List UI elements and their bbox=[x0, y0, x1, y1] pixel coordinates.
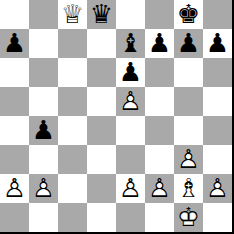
square-c4[interactable] bbox=[58, 116, 87, 145]
square-f2[interactable]: ♟♙ bbox=[145, 174, 174, 203]
black-pawn-icon: ♟ bbox=[177, 29, 200, 58]
square-a1[interactable] bbox=[0, 203, 29, 232]
square-g4[interactable] bbox=[174, 116, 203, 145]
square-b4[interactable]: ♟ bbox=[29, 116, 58, 145]
square-c2[interactable] bbox=[58, 174, 87, 203]
white-pawn-icon: ♟♙ bbox=[119, 87, 142, 116]
square-d3[interactable] bbox=[87, 145, 116, 174]
square-h1[interactable] bbox=[203, 203, 232, 232]
square-h8[interactable] bbox=[203, 0, 232, 29]
square-f7[interactable]: ♟ bbox=[145, 29, 174, 58]
black-pawn-icon: ♟ bbox=[206, 29, 229, 58]
square-a8[interactable] bbox=[0, 0, 29, 29]
square-e5[interactable]: ♟♙ bbox=[116, 87, 145, 116]
square-d7[interactable] bbox=[87, 29, 116, 58]
white-pawn-icon: ♟♙ bbox=[148, 174, 171, 203]
square-a6[interactable] bbox=[0, 58, 29, 87]
black-pawn-icon: ♟ bbox=[3, 29, 26, 58]
white-pawn-icon: ♟♙ bbox=[32, 174, 55, 203]
square-c3[interactable] bbox=[58, 145, 87, 174]
square-b1[interactable] bbox=[29, 203, 58, 232]
square-c7[interactable] bbox=[58, 29, 87, 58]
square-g8[interactable]: ♚ bbox=[174, 0, 203, 29]
square-d5[interactable] bbox=[87, 87, 116, 116]
square-h7[interactable]: ♟ bbox=[203, 29, 232, 58]
square-a3[interactable] bbox=[0, 145, 29, 174]
black-queen-icon: ♛ bbox=[90, 0, 113, 29]
square-d8[interactable]: ♛ bbox=[87, 0, 116, 29]
square-c8[interactable]: ♛♕ bbox=[58, 0, 87, 29]
square-h6[interactable] bbox=[203, 58, 232, 87]
square-d1[interactable] bbox=[87, 203, 116, 232]
black-king-icon: ♚ bbox=[177, 0, 200, 29]
square-f6[interactable] bbox=[145, 58, 174, 87]
square-e2[interactable]: ♟♙ bbox=[116, 174, 145, 203]
square-b3[interactable] bbox=[29, 145, 58, 174]
white-bishop-icon: ♝♗ bbox=[177, 174, 200, 203]
square-g2[interactable]: ♝♗ bbox=[174, 174, 203, 203]
square-c5[interactable] bbox=[58, 87, 87, 116]
square-h2[interactable]: ♟♙ bbox=[203, 174, 232, 203]
square-h4[interactable] bbox=[203, 116, 232, 145]
square-b5[interactable] bbox=[29, 87, 58, 116]
square-e7[interactable]: ♝ bbox=[116, 29, 145, 58]
white-pawn-icon: ♟♙ bbox=[3, 174, 26, 203]
square-e6[interactable]: ♟ bbox=[116, 58, 145, 87]
square-d2[interactable] bbox=[87, 174, 116, 203]
square-b7[interactable] bbox=[29, 29, 58, 58]
white-pawn-icon: ♟♙ bbox=[206, 174, 229, 203]
white-pawn-icon: ♟♙ bbox=[119, 174, 142, 203]
square-d6[interactable] bbox=[87, 58, 116, 87]
square-e4[interactable] bbox=[116, 116, 145, 145]
square-b2[interactable]: ♟♙ bbox=[29, 174, 58, 203]
white-pawn-icon: ♟♙ bbox=[177, 145, 200, 174]
square-f8[interactable] bbox=[145, 0, 174, 29]
square-c1[interactable] bbox=[58, 203, 87, 232]
black-pawn-icon: ♟ bbox=[119, 58, 142, 87]
square-f1[interactable] bbox=[145, 203, 174, 232]
square-e8[interactable] bbox=[116, 0, 145, 29]
square-c6[interactable] bbox=[58, 58, 87, 87]
square-f3[interactable] bbox=[145, 145, 174, 174]
square-d4[interactable] bbox=[87, 116, 116, 145]
square-b8[interactable] bbox=[29, 0, 58, 29]
square-a4[interactable] bbox=[0, 116, 29, 145]
square-e1[interactable] bbox=[116, 203, 145, 232]
square-g1[interactable]: ♚♔ bbox=[174, 203, 203, 232]
square-g3[interactable]: ♟♙ bbox=[174, 145, 203, 174]
square-f5[interactable] bbox=[145, 87, 174, 116]
square-a7[interactable]: ♟ bbox=[0, 29, 29, 58]
square-a5[interactable] bbox=[0, 87, 29, 116]
square-a2[interactable]: ♟♙ bbox=[0, 174, 29, 203]
square-h3[interactable] bbox=[203, 145, 232, 174]
square-g6[interactable] bbox=[174, 58, 203, 87]
square-e3[interactable] bbox=[116, 145, 145, 174]
square-g7[interactable]: ♟ bbox=[174, 29, 203, 58]
square-f4[interactable] bbox=[145, 116, 174, 145]
black-bishop-icon: ♝ bbox=[119, 29, 142, 58]
black-pawn-icon: ♟ bbox=[32, 116, 55, 145]
white-king-icon: ♚♔ bbox=[177, 203, 200, 232]
square-h5[interactable] bbox=[203, 87, 232, 116]
white-queen-icon: ♛♕ bbox=[61, 0, 84, 29]
square-b6[interactable] bbox=[29, 58, 58, 87]
chess-board: ♛♕♛♚♟♝♟♟♟♟♟♙♟♟♙♟♙♟♙♟♙♟♙♝♗♟♙♚♔ bbox=[0, 0, 234, 234]
square-g5[interactable] bbox=[174, 87, 203, 116]
black-pawn-icon: ♟ bbox=[148, 29, 171, 58]
